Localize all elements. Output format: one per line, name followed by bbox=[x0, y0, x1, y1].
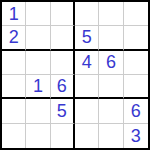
cell-r1c5[interactable] bbox=[99, 2, 123, 26]
cell-r6c2[interactable] bbox=[26, 124, 50, 148]
cell-r3c6[interactable] bbox=[124, 51, 148, 75]
cell-r6c1[interactable] bbox=[2, 124, 26, 148]
cell-r4c2[interactable]: 1 bbox=[26, 75, 50, 99]
cell-r3c2[interactable] bbox=[26, 51, 50, 75]
cell-r5c3[interactable]: 5 bbox=[51, 99, 75, 123]
cell-r2c3[interactable] bbox=[51, 26, 75, 50]
cell-r1c6[interactable] bbox=[124, 2, 148, 26]
cell-r6c6[interactable]: 3 bbox=[124, 124, 148, 148]
cell-r6c4[interactable] bbox=[75, 124, 99, 148]
cell-r4c3[interactable]: 6 bbox=[51, 75, 75, 99]
cell-r5c2[interactable] bbox=[26, 99, 50, 123]
cell-r4c5[interactable] bbox=[99, 75, 123, 99]
cell-r3c3[interactable] bbox=[51, 51, 75, 75]
cell-r3c1[interactable] bbox=[2, 51, 26, 75]
cell-r6c3[interactable] bbox=[51, 124, 75, 148]
cell-r1c3[interactable] bbox=[51, 2, 75, 26]
cell-r2c5[interactable] bbox=[99, 26, 123, 50]
cell-r4c1[interactable] bbox=[2, 75, 26, 99]
cell-r2c6[interactable] bbox=[124, 26, 148, 50]
cell-r2c1[interactable]: 2 bbox=[2, 26, 26, 50]
cell-r3c5[interactable]: 6 bbox=[99, 51, 123, 75]
cell-r5c4[interactable] bbox=[75, 99, 99, 123]
cell-r5c5[interactable] bbox=[99, 99, 123, 123]
cell-r6c5[interactable] bbox=[99, 124, 123, 148]
cell-r1c2[interactable] bbox=[26, 2, 50, 26]
cell-r4c6[interactable] bbox=[124, 75, 148, 99]
cell-r5c1[interactable] bbox=[2, 99, 26, 123]
cell-r3c4[interactable]: 4 bbox=[75, 51, 99, 75]
cell-r4c4[interactable] bbox=[75, 75, 99, 99]
cell-r2c2[interactable] bbox=[26, 26, 50, 50]
sudoku-board: 1 2 5 4 6 1 6 5 6 3 bbox=[0, 0, 150, 150]
cell-r1c4[interactable] bbox=[75, 2, 99, 26]
cell-r2c4[interactable]: 5 bbox=[75, 26, 99, 50]
cell-r1c1[interactable]: 1 bbox=[2, 2, 26, 26]
cell-r5c6[interactable]: 6 bbox=[124, 99, 148, 123]
